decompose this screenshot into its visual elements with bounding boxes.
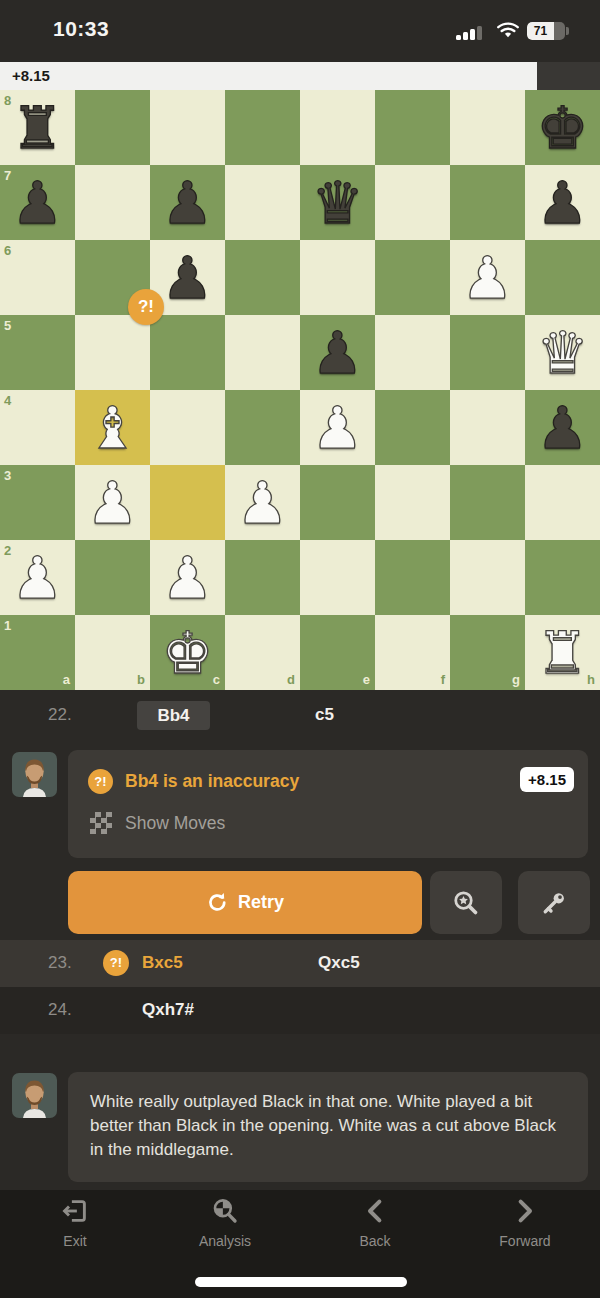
nav-label: Exit — [63, 1233, 86, 1249]
square-e6[interactable] — [300, 240, 375, 315]
mini-board-icon — [90, 812, 112, 834]
inaccuracy-badge-on-board: ?! — [128, 289, 164, 325]
evaluation-value: +8.15 — [12, 62, 50, 90]
chess-app-analysis-screen: 10:33 71 +8.15 8♜♚7♟♟♛♟6♟♟5♟♛4♝♟♟3♟♟2♟♟1… — [0, 0, 600, 1298]
coach-avatar — [12, 752, 57, 797]
square-g5[interactable] — [450, 315, 525, 390]
black-pawn: ♟ — [300, 315, 375, 390]
square-f1[interactable]: f — [375, 615, 450, 690]
square-g6[interactable]: ♟ — [450, 240, 525, 315]
rank-label: 5 — [4, 318, 11, 333]
black-king: ♚ — [525, 90, 600, 165]
square-c7[interactable]: ♟ — [150, 165, 225, 240]
square-b5[interactable] — [75, 315, 150, 390]
show-moves-button[interactable]: Show Moves — [125, 813, 225, 834]
square-e4[interactable]: ♟ — [300, 390, 375, 465]
square-d5[interactable] — [225, 315, 300, 390]
evaluation-white-share — [0, 62, 537, 90]
square-c8[interactable] — [150, 90, 225, 165]
move-black[interactable]: Qxc5 — [318, 953, 360, 973]
square-a3[interactable]: 3 — [0, 465, 75, 540]
square-e5[interactable]: ♟ — [300, 315, 375, 390]
retry-circular-arrow-icon — [206, 891, 229, 914]
game-summary-card: White really outplayed Black in that one… — [68, 1072, 588, 1182]
square-g4[interactable] — [450, 390, 525, 465]
clock: 10:33 — [53, 17, 109, 41]
move-number: 24. — [48, 1000, 72, 1020]
black-pawn: ♟ — [525, 390, 600, 465]
square-b8[interactable] — [75, 90, 150, 165]
square-h1[interactable]: h♜ — [525, 615, 600, 690]
status-bar: 10:33 71 — [0, 0, 600, 62]
game-review-button[interactable] — [430, 871, 502, 934]
square-e7[interactable]: ♛ — [300, 165, 375, 240]
square-a6[interactable]: 6 — [0, 240, 75, 315]
move-number: 22. — [48, 705, 72, 725]
square-c2[interactable]: ♟ — [150, 540, 225, 615]
square-g2[interactable] — [450, 540, 525, 615]
black-rook: ♜ — [0, 90, 75, 165]
square-b1[interactable]: b — [75, 615, 150, 690]
nav-label: Forward — [499, 1233, 550, 1249]
move-black[interactable]: c5 — [315, 705, 334, 725]
square-c3[interactable] — [150, 465, 225, 540]
square-f4[interactable] — [375, 390, 450, 465]
square-h2[interactable] — [525, 540, 600, 615]
rank-label: 3 — [4, 468, 11, 483]
white-pawn: ♟ — [75, 465, 150, 540]
square-a4[interactable]: 4 — [0, 390, 75, 465]
key-icon — [539, 888, 569, 918]
square-h6[interactable] — [525, 240, 600, 315]
square-d2[interactable] — [225, 540, 300, 615]
square-g3[interactable] — [450, 465, 525, 540]
square-f3[interactable] — [375, 465, 450, 540]
white-pawn: ♟ — [450, 240, 525, 315]
square-h3[interactable] — [525, 465, 600, 540]
inaccuracy-glyph-badge: ?! — [88, 769, 113, 794]
square-b4[interactable]: ♝ — [75, 390, 150, 465]
square-g1[interactable]: g — [450, 615, 525, 690]
square-a7[interactable]: 7♟ — [0, 165, 75, 240]
square-c1[interactable]: c♚ — [150, 615, 225, 690]
square-e8[interactable] — [300, 90, 375, 165]
square-b3[interactable]: ♟ — [75, 465, 150, 540]
rank-label: 1 — [4, 618, 11, 633]
square-h4[interactable]: ♟ — [525, 390, 600, 465]
square-d4[interactable] — [225, 390, 300, 465]
square-c4[interactable] — [150, 390, 225, 465]
square-d6[interactable] — [225, 240, 300, 315]
coach-avatar — [12, 1073, 57, 1118]
square-h5[interactable]: ♛ — [525, 315, 600, 390]
square-f7[interactable] — [375, 165, 450, 240]
battery-percent: 71 — [527, 22, 554, 40]
square-a2[interactable]: 2♟ — [0, 540, 75, 615]
analysis-magnifier-icon — [210, 1196, 240, 1226]
square-h8[interactable]: ♚ — [525, 90, 600, 165]
white-pawn: ♟ — [225, 465, 300, 540]
square-d8[interactable] — [225, 90, 300, 165]
exit-door-icon — [60, 1196, 90, 1226]
move-classification-headline: Bb4 is an inaccuracy — [125, 771, 299, 792]
square-f5[interactable] — [375, 315, 450, 390]
square-f8[interactable] — [375, 90, 450, 165]
white-pawn: ♟ — [300, 390, 375, 465]
inaccuracy-glyph-badge: ?! — [103, 950, 129, 976]
square-e3[interactable] — [300, 465, 375, 540]
black-pawn: ♟ — [150, 165, 225, 240]
file-label: g — [512, 672, 520, 687]
square-a8[interactable]: 8♜ — [0, 90, 75, 165]
square-d3[interactable]: ♟ — [225, 465, 300, 540]
eval-score-badge: +8.15 — [520, 767, 574, 792]
white-king: ♚ — [150, 615, 225, 690]
square-b7[interactable] — [75, 165, 150, 240]
battery-icon: 71 — [527, 22, 571, 40]
black-pawn: ♟ — [525, 165, 600, 240]
coach-comment-card: ?! Bb4 is an inaccuracy +8.15 Show Moves — [68, 750, 588, 858]
move-row-23: 23. ?! Bxc5 Qxc5 — [0, 940, 600, 987]
white-rook: ♜ — [525, 615, 600, 690]
chess-board: 8♜♚7♟♟♛♟6♟♟5♟♛4♝♟♟3♟♟2♟♟1abc♚defgh♜ — [0, 90, 600, 690]
move-white[interactable]: Bxc5 — [142, 953, 183, 973]
rank-label: 6 — [4, 243, 11, 258]
key-move-button[interactable] — [518, 871, 590, 934]
square-e1[interactable]: e — [300, 615, 375, 690]
nav-label: Analysis — [199, 1233, 251, 1249]
file-label: b — [137, 672, 145, 687]
cell-signal-icon — [456, 24, 490, 40]
square-d7[interactable] — [225, 165, 300, 240]
move-row-22: 22. Bb4 c5 — [0, 690, 600, 742]
move-number: 23. — [48, 953, 72, 973]
chevron-right-icon — [510, 1196, 540, 1226]
square-f2[interactable] — [375, 540, 450, 615]
square-h7[interactable]: ♟ — [525, 165, 600, 240]
chevron-left-icon — [360, 1196, 390, 1226]
square-a1[interactable]: 1a — [0, 615, 75, 690]
file-label: d — [287, 672, 295, 687]
white-pawn: ♟ — [0, 540, 75, 615]
white-pawn: ♟ — [150, 540, 225, 615]
square-d1[interactable]: d — [225, 615, 300, 690]
nav-exit-button[interactable]: Exit — [0, 1190, 150, 1298]
home-indicator[interactable] — [195, 1277, 407, 1287]
nav-label: Back — [359, 1233, 390, 1249]
square-a5[interactable]: 5 — [0, 315, 75, 390]
retry-button[interactable]: Retry — [68, 871, 422, 934]
magnifier-star-icon — [451, 888, 481, 918]
nav-forward-button[interactable]: Forward — [450, 1190, 600, 1298]
move-white[interactable]: Qxh7# — [142, 1000, 194, 1020]
square-e2[interactable] — [300, 540, 375, 615]
move-row-24: 24. Qxh7# — [0, 987, 600, 1034]
game-summary-text: White really outplayed Black in that one… — [90, 1090, 568, 1162]
square-b2[interactable] — [75, 540, 150, 615]
retry-label: Retry — [238, 892, 284, 913]
file-label: e — [363, 672, 370, 687]
evaluation-bar: +8.15 — [0, 62, 600, 90]
square-f6[interactable] — [375, 240, 450, 315]
black-pawn: ♟ — [0, 165, 75, 240]
square-g7[interactable] — [450, 165, 525, 240]
black-queen: ♛ — [300, 165, 375, 240]
rank-label: 4 — [4, 393, 11, 408]
file-label: f — [441, 672, 445, 687]
white-bishop: ♝ — [75, 390, 150, 465]
file-label: a — [63, 672, 70, 687]
wifi-icon — [496, 21, 520, 39]
square-c5[interactable] — [150, 315, 225, 390]
white-queen: ♛ — [525, 315, 600, 390]
square-g8[interactable] — [450, 90, 525, 165]
move-white-selected[interactable]: Bb4 — [137, 701, 210, 730]
